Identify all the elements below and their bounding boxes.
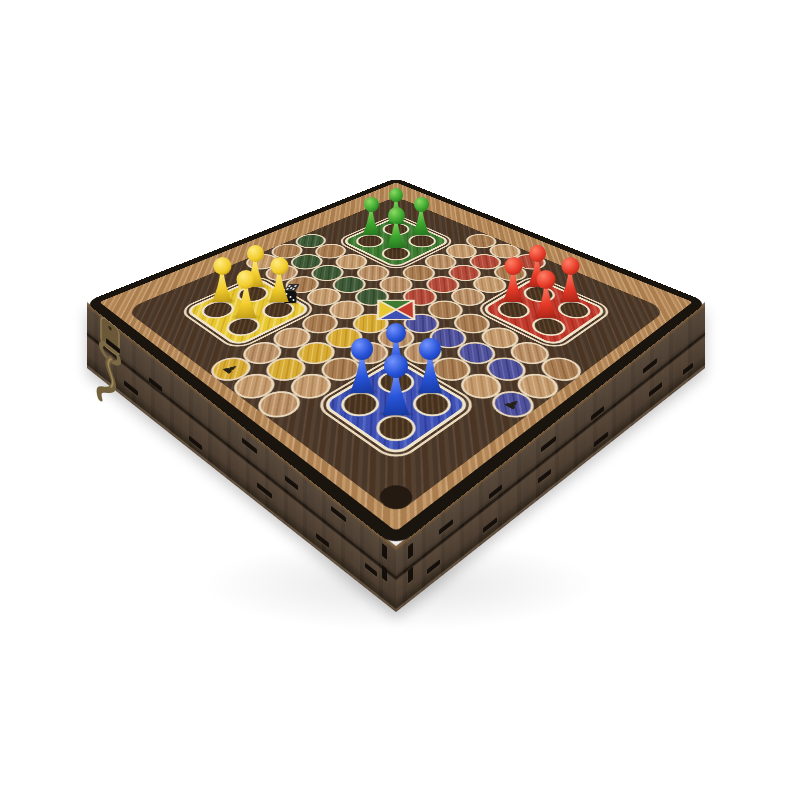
- pawn-head: [384, 354, 408, 378]
- pawn-head: [419, 338, 441, 360]
- pawn-red[interactable]: [558, 257, 583, 302]
- pieces-layer: [0, 0, 800, 800]
- pawn-yellow[interactable]: [210, 257, 235, 302]
- pawn-green[interactable]: [385, 207, 408, 248]
- die-pip: [292, 288, 295, 290]
- pawn-head: [389, 188, 403, 202]
- pawn-head: [351, 338, 373, 360]
- pawn-head: [213, 257, 231, 275]
- pawn-head: [364, 197, 379, 212]
- pawn-blue[interactable]: [379, 354, 413, 415]
- die-pip: [294, 285, 297, 287]
- pawn-yellow[interactable]: [233, 270, 259, 318]
- pawn-head: [561, 257, 579, 275]
- pawn-head: [529, 245, 546, 262]
- pawn-yellow[interactable]: [267, 257, 292, 302]
- pawn-head: [504, 257, 522, 275]
- pawn-blue[interactable]: [347, 338, 377, 393]
- pawn-head: [386, 323, 406, 343]
- pawn-head: [247, 245, 264, 262]
- pawn-head: [388, 207, 405, 224]
- pawn-head: [537, 270, 556, 289]
- pawn-blue[interactable]: [415, 338, 445, 393]
- pawn-red[interactable]: [533, 270, 559, 318]
- photo-stage: ♟♟: [0, 0, 800, 800]
- pawn-green[interactable]: [411, 197, 432, 235]
- pawn-head: [237, 270, 256, 289]
- pawn-head: [414, 197, 429, 212]
- pawn-red[interactable]: [501, 257, 526, 302]
- pawn-green[interactable]: [361, 197, 382, 235]
- pawn-head: [270, 257, 288, 275]
